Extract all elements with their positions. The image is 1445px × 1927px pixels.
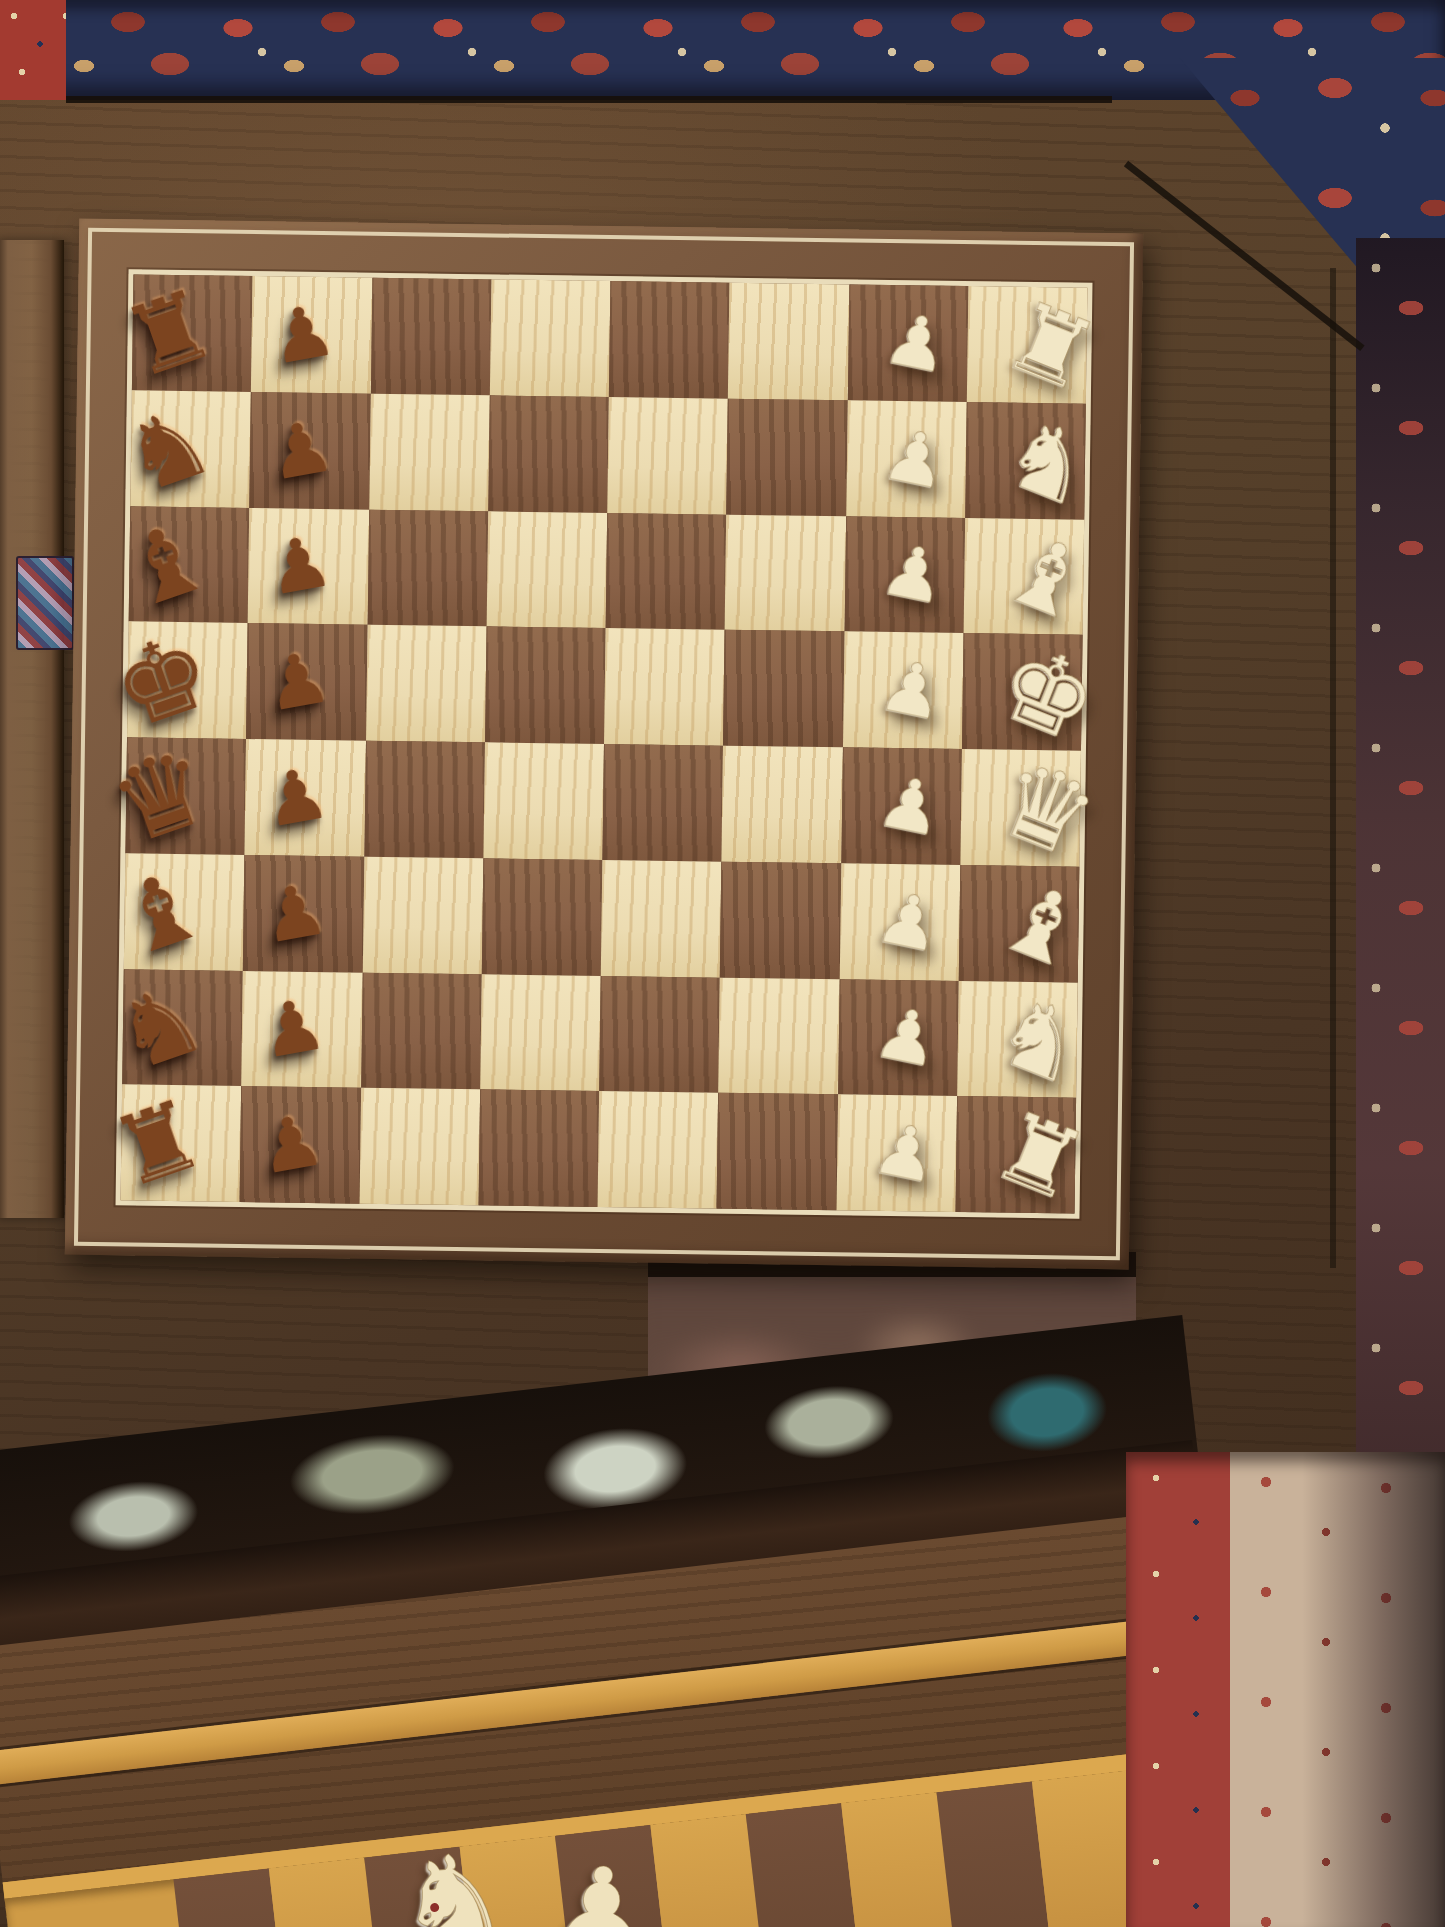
square-r2c2[interactable]: ♟ — [250, 392, 371, 509]
square-r6c3[interactable] — [362, 856, 483, 973]
square-r1c7[interactable]: ♟ — [847, 284, 968, 401]
piece-dark-bishop[interactable]: ♝ — [104, 853, 217, 972]
square-r4c2[interactable]: ♟ — [246, 623, 367, 740]
piece-light-knight-on-backgammon[interactable]: ♞ — [393, 1835, 518, 1927]
rug-border-motifs — [1126, 1452, 1230, 1927]
piece-light-rook[interactable]: ♜ — [993, 286, 1109, 407]
square-r6c7[interactable]: ♟ — [839, 863, 960, 980]
square-r5c6[interactable] — [722, 746, 843, 863]
square-r5c4[interactable] — [483, 742, 604, 859]
piece-dark-pawn[interactable]: ♟ — [259, 640, 335, 722]
piece-dark-king[interactable]: ♚ — [100, 615, 225, 746]
table-inlay-right-line — [1330, 268, 1336, 1268]
square-r2c1[interactable]: ♞ — [130, 390, 251, 507]
piece-light-knight[interactable]: ♞ — [992, 402, 1108, 523]
square-r8c5[interactable] — [598, 1091, 719, 1208]
board-inner-frame: ♜♟♟♜♞♟♟♞♝♟♟♝♚♟♟♚♛♟♟♛♝♟♟♝♞♟♟♞♜♟♟♜ — [116, 269, 1093, 1218]
square-r6c1[interactable]: ♝ — [124, 853, 245, 970]
square-r7c5[interactable] — [599, 975, 720, 1092]
piece-dark-rook[interactable]: ♜ — [101, 1084, 214, 1203]
piece-dark-pawn[interactable]: ♟ — [254, 987, 330, 1069]
square-r4c7[interactable]: ♟ — [842, 632, 963, 749]
square-r5c1[interactable]: ♛ — [125, 737, 246, 854]
piece-dark-pawn[interactable]: ♟ — [264, 293, 340, 375]
piece-dark-pawn[interactable]: ♟ — [253, 1103, 329, 1185]
piece-light-pawn[interactable]: ♟ — [867, 1111, 945, 1195]
square-r7c1[interactable]: ♞ — [122, 969, 243, 1086]
square-r7c3[interactable] — [361, 972, 482, 1089]
piece-dark-pawn[interactable]: ♟ — [257, 756, 333, 838]
piece-dark-rook[interactable]: ♜ — [112, 274, 225, 393]
square-r4c8[interactable]: ♚ — [962, 633, 1083, 750]
rug-right-edge — [1356, 238, 1445, 1478]
piece-light-rook[interactable]: ♜ — [982, 1096, 1098, 1217]
square-r7c7[interactable]: ♟ — [838, 979, 959, 1096]
square-r2c8[interactable]: ♞ — [965, 402, 1086, 519]
mosaic-inlay-box — [16, 556, 74, 650]
piece-light-bishop[interactable]: ♝ — [990, 517, 1106, 638]
piece-light-pawn-on-backgammon[interactable]: ♟ — [544, 1848, 658, 1927]
photo-scene: ♜♟♟♜♞♟♟♞♝♟♟♝♚♟♟♚♛♟♟♛♝♟♟♝♞♟♟♞♜♟♟♜ ♞ ♟ — [0, 0, 1445, 1927]
piece-dark-knight[interactable]: ♞ — [103, 969, 216, 1088]
square-r3c1[interactable]: ♝ — [129, 506, 250, 623]
square-r1c2[interactable]: ♟ — [251, 276, 372, 393]
square-r3c8[interactable]: ♝ — [963, 518, 1084, 635]
piece-light-pawn[interactable]: ♟ — [873, 648, 951, 732]
piece-light-bishop[interactable]: ♝ — [985, 865, 1101, 986]
square-r8c3[interactable] — [359, 1088, 480, 1205]
piece-light-knight[interactable]: ♞ — [984, 980, 1100, 1101]
square-r5c3[interactable] — [364, 741, 485, 858]
square-r1c4[interactable] — [490, 279, 611, 396]
square-r1c6[interactable] — [728, 283, 849, 400]
square-r3c2[interactable]: ♟ — [248, 508, 369, 625]
piece-light-pawn[interactable]: ♟ — [872, 764, 950, 848]
piece-dark-pawn[interactable]: ♟ — [256, 871, 332, 953]
square-r8c7[interactable]: ♟ — [836, 1095, 957, 1212]
board-grid: ♜♟♟♜♞♟♟♞♝♟♟♝♚♟♟♚♛♟♟♛♝♟♟♝♞♟♟♞♜♟♟♜ — [121, 274, 1088, 1213]
square-r3c5[interactable] — [606, 513, 727, 630]
piece-dark-knight[interactable]: ♞ — [111, 390, 224, 509]
square-r8c4[interactable] — [478, 1090, 599, 1207]
piece-light-pawn[interactable]: ♟ — [878, 301, 956, 385]
square-r1c5[interactable] — [609, 281, 730, 398]
square-r4c6[interactable] — [723, 630, 844, 747]
square-r6c5[interactable] — [601, 860, 722, 977]
square-r3c4[interactable] — [486, 511, 607, 628]
piece-light-king[interactable]: ♚ — [984, 627, 1112, 761]
square-r6c4[interactable] — [482, 858, 603, 975]
piece-dark-pawn[interactable]: ♟ — [261, 524, 337, 606]
square-r6c2[interactable]: ♟ — [243, 855, 364, 972]
knight-eye-dot — [430, 1903, 439, 1912]
square-r7c6[interactable] — [718, 977, 839, 1094]
square-r3c7[interactable]: ♟ — [844, 516, 965, 633]
piece-dark-pawn[interactable]: ♟ — [262, 409, 338, 491]
square-r5c5[interactable] — [602, 744, 723, 861]
square-r2c4[interactable] — [488, 395, 609, 512]
square-r5c7[interactable]: ♟ — [841, 747, 962, 864]
backgammon-gold-inlay — [0, 1611, 1224, 1785]
square-r4c3[interactable] — [366, 625, 487, 742]
square-r3c6[interactable] — [725, 514, 846, 631]
piece-light-pawn[interactable]: ♟ — [875, 532, 953, 616]
oriental-rug-bottom — [1126, 1452, 1445, 1927]
square-r8c1[interactable]: ♜ — [121, 1085, 242, 1202]
square-r2c6[interactable] — [726, 398, 847, 515]
piece-light-pawn[interactable]: ♟ — [877, 416, 955, 500]
square-r3c3[interactable] — [367, 509, 488, 626]
square-r7c2[interactable]: ♟ — [241, 970, 362, 1087]
leaning-wood-board — [0, 240, 64, 1218]
piece-dark-bishop[interactable]: ♝ — [109, 506, 222, 625]
square-r7c4[interactable] — [480, 974, 601, 1091]
square-r2c7[interactable]: ♟ — [846, 400, 967, 517]
square-r6c8[interactable]: ♝ — [958, 865, 1079, 982]
rug-red-border — [0, 0, 66, 100]
square-r4c4[interactable] — [485, 627, 606, 744]
square-r4c5[interactable] — [604, 628, 725, 745]
square-r7c8[interactable]: ♞ — [957, 980, 1078, 1097]
table-inlay-line — [66, 96, 1112, 103]
square-r8c2[interactable]: ♟ — [240, 1086, 361, 1203]
piece-light-pawn[interactable]: ♟ — [869, 995, 947, 1079]
square-r8c6[interactable] — [717, 1093, 838, 1210]
square-r1c8[interactable]: ♜ — [967, 286, 1088, 403]
square-r2c5[interactable] — [607, 397, 728, 514]
square-r8c8[interactable]: ♜ — [955, 1096, 1076, 1213]
square-r2c3[interactable] — [369, 393, 490, 510]
piece-light-pawn[interactable]: ♟ — [870, 879, 948, 963]
chess-board: ♜♟♟♜♞♟♟♞♝♟♟♝♚♟♟♚♛♟♟♛♝♟♟♝♞♟♟♞♜♟♟♜ — [65, 219, 1143, 1270]
square-r4c1[interactable]: ♚ — [127, 622, 248, 739]
piece-dark-queen[interactable]: ♛ — [99, 731, 224, 862]
square-r5c2[interactable]: ♟ — [245, 739, 366, 856]
square-r5c8[interactable]: ♛ — [960, 749, 1081, 866]
square-r6c6[interactable] — [720, 861, 841, 978]
square-r1c3[interactable] — [370, 278, 491, 395]
piece-light-queen[interactable]: ♛ — [982, 743, 1110, 877]
square-r1c1[interactable]: ♜ — [132, 274, 253, 391]
